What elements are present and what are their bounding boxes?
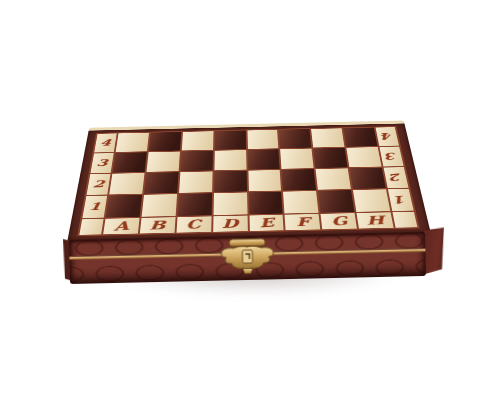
rank-label-left: 2 <box>87 174 111 195</box>
board-square <box>279 129 311 148</box>
rank-label-right: 4 <box>376 127 399 146</box>
rank-label-left-text: 1 <box>88 201 101 213</box>
rank-label-right-text: 3 <box>384 151 398 162</box>
file-label: E <box>249 215 284 231</box>
box-front-face <box>69 232 426 284</box>
board-square <box>181 131 213 150</box>
file-label: C <box>176 216 211 232</box>
board-top-face: 44332211ABCDEFGH <box>67 121 431 243</box>
rank-label-right: 3 <box>380 147 404 167</box>
board-square <box>248 192 282 215</box>
rank-label-left: 1 <box>82 196 106 218</box>
file-label-text: G <box>329 214 348 229</box>
file-label: F <box>285 214 321 230</box>
board-square <box>248 170 281 191</box>
file-label: A <box>103 218 139 234</box>
board-square <box>314 148 348 168</box>
board-square <box>350 168 386 189</box>
board-square <box>214 131 245 150</box>
chess-box: 44332211ABCDEFGH <box>58 94 442 291</box>
board-square <box>344 128 378 147</box>
board-square <box>281 149 314 169</box>
board-square <box>112 152 146 172</box>
file-label-text: E <box>258 216 274 231</box>
rank-label-right: 1 <box>388 189 413 211</box>
board-square <box>148 132 180 151</box>
board-grid: 44332211ABCDEFGH <box>77 126 420 236</box>
board-square <box>247 149 280 169</box>
product-photo: 44332211ABCDEFGH <box>0 0 500 400</box>
rank-label-right: 2 <box>384 167 409 188</box>
board-square <box>180 151 213 171</box>
board-square <box>282 169 316 190</box>
corner-cell <box>79 219 103 235</box>
box-right-face <box>424 228 445 274</box>
board-square <box>144 172 178 193</box>
board-square <box>177 193 211 216</box>
board-square <box>115 133 148 152</box>
board-square <box>146 152 179 172</box>
file-label: B <box>139 217 175 233</box>
brass-clasp-icon <box>210 235 285 281</box>
rank-label-right-text: 4 <box>380 131 394 142</box>
rank-label-right-text: 2 <box>389 172 404 184</box>
rank-label-left: 4 <box>94 133 116 152</box>
board-square <box>247 130 279 149</box>
board-square <box>109 173 144 194</box>
rank-label-left-text: 2 <box>92 178 105 189</box>
file-label-text: B <box>149 218 166 232</box>
board-square <box>347 147 382 167</box>
board-square <box>283 191 318 214</box>
file-label: G <box>321 213 357 229</box>
file-label-text: H <box>365 213 385 227</box>
rank-label-left-text: 4 <box>99 138 111 148</box>
board-square <box>214 150 246 170</box>
rank-label-left: 3 <box>90 153 113 173</box>
board-square <box>105 195 141 218</box>
file-label: D <box>213 215 248 231</box>
board-square <box>318 190 354 213</box>
file-label-text: A <box>114 219 129 234</box>
board-square <box>179 171 212 192</box>
corner-cell <box>393 212 418 228</box>
rank-label-left-text: 3 <box>96 158 109 169</box>
board-square <box>213 192 247 215</box>
board-square <box>353 189 390 212</box>
file-label-text: C <box>186 217 202 232</box>
file-label: H <box>357 212 394 228</box>
file-label-text: D <box>222 217 238 231</box>
file-label-text: F <box>295 215 309 229</box>
rank-label-right-text: 1 <box>393 194 408 206</box>
board-square <box>311 128 344 147</box>
board-square <box>214 171 247 192</box>
board-square <box>316 168 351 189</box>
board-square <box>141 194 176 217</box>
